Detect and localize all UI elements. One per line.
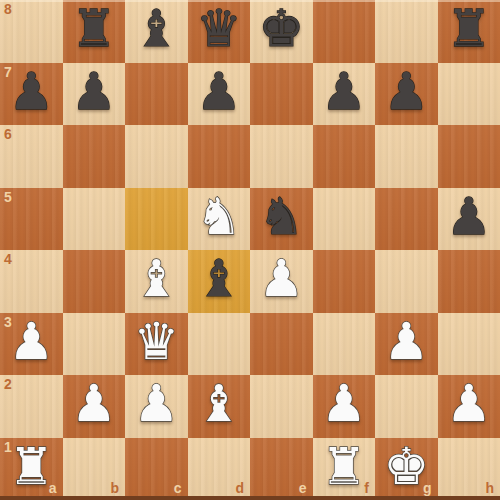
square-h6[interactable] (438, 125, 500, 188)
square-e6[interactable] (250, 125, 313, 188)
piece-black-rook[interactable]: ♜ (71, 0, 117, 60)
square-a5[interactable]: 5 (0, 188, 63, 251)
piece-black-bishop[interactable]: ♝ (196, 250, 242, 310)
piece-black-pawn[interactable]: ♟ (446, 188, 492, 248)
square-h3[interactable] (438, 313, 500, 376)
piece-white-pawn[interactable]: ♟ (321, 375, 367, 435)
square-b6[interactable] (63, 125, 126, 188)
square-h8[interactable]: ♜ (438, 0, 500, 63)
piece-white-knight[interactable]: ♞ (196, 188, 242, 248)
square-e7[interactable] (250, 63, 313, 126)
chess-board-wrapper: 8♜♝♛♚♜7♟♟♟♟♟65♞♞♟4♝♝♟3♟♛♟2♟♟♝♟♟1a♜bcdef♜… (0, 0, 500, 500)
square-d8[interactable]: ♛ (188, 0, 251, 63)
piece-white-pawn[interactable]: ♟ (133, 375, 179, 435)
square-d5[interactable]: ♞ (188, 188, 251, 251)
piece-white-queen[interactable]: ♛ (133, 313, 179, 373)
square-c6[interactable] (125, 125, 188, 188)
piece-white-pawn[interactable]: ♟ (383, 313, 429, 373)
square-c8[interactable]: ♝ (125, 0, 188, 63)
square-c3[interactable]: ♛ (125, 313, 188, 376)
square-d7[interactable]: ♟ (188, 63, 251, 126)
piece-black-pawn[interactable]: ♟ (71, 63, 117, 123)
square-c7[interactable] (125, 63, 188, 126)
square-h2[interactable]: ♟ (438, 375, 500, 438)
piece-black-bishop[interactable]: ♝ (133, 0, 179, 60)
piece-white-bishop[interactable]: ♝ (133, 250, 179, 310)
piece-black-pawn[interactable]: ♟ (196, 63, 242, 123)
square-h1[interactable]: h (438, 438, 500, 500)
piece-black-pawn[interactable]: ♟ (8, 63, 54, 123)
square-g4[interactable] (375, 250, 438, 313)
square-a3[interactable]: 3♟ (0, 313, 63, 376)
square-c1[interactable]: c (125, 438, 188, 500)
square-f3[interactable] (313, 313, 376, 376)
square-f8[interactable] (313, 0, 376, 63)
square-g3[interactable]: ♟ (375, 313, 438, 376)
square-b7[interactable]: ♟ (63, 63, 126, 126)
piece-black-pawn[interactable]: ♟ (383, 63, 429, 123)
square-h4[interactable] (438, 250, 500, 313)
square-g5[interactable] (375, 188, 438, 251)
square-b4[interactable] (63, 250, 126, 313)
rank-label-2: 2 (4, 376, 12, 392)
square-e4[interactable]: ♟ (250, 250, 313, 313)
square-g1[interactable]: g♚ (375, 438, 438, 500)
square-f5[interactable] (313, 188, 376, 251)
piece-white-king[interactable]: ♚ (383, 438, 429, 498)
square-f1[interactable]: f♜ (313, 438, 376, 500)
rank-label-5: 5 (4, 189, 12, 205)
piece-black-king[interactable]: ♚ (258, 0, 304, 60)
square-d1[interactable]: d (188, 438, 251, 500)
piece-black-pawn[interactable]: ♟ (321, 63, 367, 123)
square-h5[interactable]: ♟ (438, 188, 500, 251)
rank-label-4: 4 (4, 251, 12, 267)
square-c4[interactable]: ♝ (125, 250, 188, 313)
piece-black-rook[interactable]: ♜ (446, 0, 492, 60)
square-d6[interactable] (188, 125, 251, 188)
square-e3[interactable] (250, 313, 313, 376)
square-b1[interactable]: b (63, 438, 126, 500)
square-a7[interactable]: 7♟ (0, 63, 63, 126)
piece-white-pawn[interactable]: ♟ (71, 375, 117, 435)
square-a1[interactable]: 1a♜ (0, 438, 63, 500)
square-d3[interactable] (188, 313, 251, 376)
piece-white-pawn[interactable]: ♟ (258, 250, 304, 310)
square-g8[interactable] (375, 0, 438, 63)
square-e5[interactable]: ♞ (250, 188, 313, 251)
file-label-c: c (174, 480, 182, 496)
file-label-e: e (299, 480, 307, 496)
square-g6[interactable] (375, 125, 438, 188)
square-a4[interactable]: 4 (0, 250, 63, 313)
piece-black-queen[interactable]: ♛ (196, 0, 242, 60)
piece-white-rook[interactable]: ♜ (321, 438, 367, 498)
square-b2[interactable]: ♟ (63, 375, 126, 438)
piece-black-knight[interactable]: ♞ (258, 188, 304, 248)
square-d2[interactable]: ♝ (188, 375, 251, 438)
piece-white-pawn[interactable]: ♟ (8, 313, 54, 373)
square-f6[interactable] (313, 125, 376, 188)
square-b3[interactable] (63, 313, 126, 376)
file-label-b: b (110, 480, 119, 496)
square-b8[interactable]: ♜ (63, 0, 126, 63)
square-h7[interactable] (438, 63, 500, 126)
piece-white-rook[interactable]: ♜ (8, 438, 54, 498)
file-label-d: d (235, 480, 244, 496)
square-a2[interactable]: 2 (0, 375, 63, 438)
square-e8[interactable]: ♚ (250, 0, 313, 63)
square-f4[interactable] (313, 250, 376, 313)
square-a6[interactable]: 6 (0, 125, 63, 188)
piece-white-pawn[interactable]: ♟ (446, 375, 492, 435)
square-c5[interactable] (125, 188, 188, 251)
square-e1[interactable]: e (250, 438, 313, 500)
square-d4[interactable]: ♝ (188, 250, 251, 313)
rank-label-8: 8 (4, 1, 12, 17)
square-g2[interactable] (375, 375, 438, 438)
file-label-h: h (485, 480, 494, 496)
square-f7[interactable]: ♟ (313, 63, 376, 126)
square-g7[interactable]: ♟ (375, 63, 438, 126)
square-e2[interactable] (250, 375, 313, 438)
square-a8[interactable]: 8 (0, 0, 63, 63)
piece-white-bishop[interactable]: ♝ (196, 375, 242, 435)
chess-board: 8♜♝♛♚♜7♟♟♟♟♟65♞♞♟4♝♝♟3♟♛♟2♟♟♝♟♟1a♜bcdef♜… (0, 0, 500, 500)
square-b5[interactable] (63, 188, 126, 251)
square-f2[interactable]: ♟ (313, 375, 376, 438)
square-c2[interactable]: ♟ (125, 375, 188, 438)
rank-label-6: 6 (4, 126, 12, 142)
